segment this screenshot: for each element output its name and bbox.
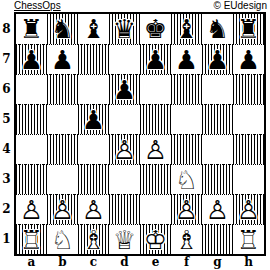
piece-backing: ♚ <box>140 14 171 44</box>
square-g4[interactable] <box>202 134 233 164</box>
square-c5[interactable]: ♟♟ <box>78 104 109 134</box>
piece-backing: ♟ <box>78 105 109 135</box>
piece-backing: ♟ <box>47 45 78 75</box>
square-d6[interactable]: ♟♟ <box>109 74 140 104</box>
piece-white-bishop: ♗ <box>78 225 109 255</box>
piece-backing: ♟ <box>109 135 140 165</box>
square-d7[interactable] <box>109 44 140 74</box>
square-e3[interactable] <box>140 164 171 194</box>
piece-black-queen: ♛ <box>109 14 140 44</box>
square-c4[interactable] <box>78 134 109 164</box>
piece-white-pawn: ♙ <box>109 135 140 165</box>
piece-black-king: ♚ <box>140 14 171 44</box>
piece-white-rook: ♖ <box>233 225 264 255</box>
square-e4[interactable]: ♟♙ <box>140 134 171 164</box>
piece-white-pawn: ♙ <box>47 195 78 225</box>
square-b1[interactable]: ♞♘ <box>47 224 78 254</box>
piece-black-pawn: ♟ <box>78 105 109 135</box>
square-f2[interactable]: ♟♙ <box>171 194 202 224</box>
square-h8[interactable]: ♜♜ <box>233 14 264 44</box>
rank-label-4: 4 <box>0 134 13 164</box>
file-label-b: b <box>47 256 78 269</box>
piece-backing: ♟ <box>202 195 233 225</box>
rank-label-6: 6 <box>0 74 13 104</box>
square-c2[interactable]: ♟♙ <box>78 194 109 224</box>
piece-backing: ♟ <box>78 195 109 225</box>
copyright-credit: © EUdesign <box>213 0 267 11</box>
square-g8[interactable]: ♞♞ <box>202 14 233 44</box>
square-a7[interactable]: ♟♟ <box>16 44 47 74</box>
app-title[interactable]: ChessOps <box>14 0 61 11</box>
square-a3[interactable] <box>16 164 47 194</box>
piece-white-pawn: ♙ <box>233 195 264 225</box>
square-h5[interactable] <box>233 104 264 134</box>
piece-black-knight: ♞ <box>47 14 78 44</box>
piece-black-pawn: ♟ <box>202 45 233 75</box>
piece-backing: ♜ <box>233 225 264 255</box>
file-label-g: g <box>202 256 233 269</box>
square-g7[interactable]: ♟♟ <box>202 44 233 74</box>
file-label-a: a <box>16 256 47 269</box>
square-c3[interactable] <box>78 164 109 194</box>
square-g6[interactable] <box>202 74 233 104</box>
piece-backing: ♟ <box>233 45 264 75</box>
square-c1[interactable]: ♝♗ <box>78 224 109 254</box>
piece-backing: ♜ <box>16 225 47 255</box>
square-f5[interactable] <box>171 104 202 134</box>
piece-black-pawn: ♟ <box>16 45 47 75</box>
piece-backing: ♟ <box>16 45 47 75</box>
board: ♜♜♞♞♝♝♛♛♚♚♝♝♞♞♜♜♟♟♟♟♟♟♟♟♟♟♟♟♟♟♟♟♟♙♟♙♞♘♟♙… <box>14 12 266 256</box>
square-d5[interactable] <box>109 104 140 134</box>
square-g3[interactable] <box>202 164 233 194</box>
square-c6[interactable] <box>78 74 109 104</box>
square-f1[interactable]: ♝♗ <box>171 224 202 254</box>
piece-white-pawn: ♙ <box>78 195 109 225</box>
file-label-h: h <box>233 256 264 269</box>
piece-white-rook: ♖ <box>16 225 47 255</box>
piece-backing: ♝ <box>78 225 109 255</box>
square-e6[interactable] <box>140 74 171 104</box>
square-d1[interactable]: ♛♕ <box>109 224 140 254</box>
piece-black-bishop: ♝ <box>78 14 109 44</box>
square-a6[interactable] <box>16 74 47 104</box>
piece-black-pawn: ♟ <box>109 75 140 105</box>
square-e5[interactable] <box>140 104 171 134</box>
piece-black-pawn: ♟ <box>47 45 78 75</box>
square-b5[interactable] <box>47 104 78 134</box>
piece-backing: ♟ <box>140 45 171 75</box>
piece-white-pawn: ♙ <box>171 195 202 225</box>
piece-black-rook: ♜ <box>16 14 47 44</box>
piece-backing: ♟ <box>47 195 78 225</box>
piece-black-pawn: ♟ <box>233 45 264 75</box>
rank-labels: 8 7 6 5 4 3 2 1 <box>0 14 13 254</box>
piece-backing: ♞ <box>47 225 78 255</box>
piece-white-queen: ♕ <box>109 225 140 255</box>
square-e7[interactable]: ♟♟ <box>140 44 171 74</box>
square-f7[interactable]: ♟♟ <box>171 44 202 74</box>
square-g1[interactable] <box>202 224 233 254</box>
piece-black-bishop: ♝ <box>171 14 202 44</box>
header-bar: ChessOps © EUdesign <box>14 0 267 11</box>
piece-white-king: ♔ <box>140 225 171 255</box>
square-e8[interactable]: ♚♚ <box>140 14 171 44</box>
square-f4[interactable] <box>171 134 202 164</box>
square-b7[interactable]: ♟♟ <box>47 44 78 74</box>
rank-label-8: 8 <box>0 14 13 44</box>
square-d3[interactable] <box>109 164 140 194</box>
square-e1[interactable]: ♚♔ <box>140 224 171 254</box>
rank-label-7: 7 <box>0 44 13 74</box>
piece-backing: ♝ <box>171 14 202 44</box>
piece-white-knight: ♘ <box>47 225 78 255</box>
piece-backing: ♜ <box>16 14 47 44</box>
square-b4[interactable] <box>47 134 78 164</box>
piece-backing: ♟ <box>140 135 171 165</box>
square-h7[interactable]: ♟♟ <box>233 44 264 74</box>
square-h1[interactable]: ♜♖ <box>233 224 264 254</box>
square-b8[interactable]: ♞♞ <box>47 14 78 44</box>
piece-white-pawn: ♙ <box>140 135 171 165</box>
piece-black-knight: ♞ <box>202 14 233 44</box>
square-h4[interactable] <box>233 134 264 164</box>
piece-backing: ♛ <box>109 14 140 44</box>
piece-backing: ♛ <box>109 225 140 255</box>
square-b6[interactable] <box>47 74 78 104</box>
square-b3[interactable] <box>47 164 78 194</box>
piece-black-pawn: ♟ <box>171 45 202 75</box>
piece-backing: ♟ <box>233 195 264 225</box>
piece-backing: ♞ <box>171 165 202 195</box>
piece-black-pawn: ♟ <box>140 45 171 75</box>
square-h3[interactable] <box>233 164 264 194</box>
square-c7[interactable] <box>78 44 109 74</box>
file-label-c: c <box>78 256 109 269</box>
square-f8[interactable]: ♝♝ <box>171 14 202 44</box>
piece-white-pawn: ♙ <box>16 195 47 225</box>
piece-white-knight: ♘ <box>171 165 202 195</box>
square-f6[interactable] <box>171 74 202 104</box>
piece-backing: ♞ <box>202 14 233 44</box>
piece-backing: ♝ <box>78 14 109 44</box>
square-a2[interactable]: ♟♙ <box>16 194 47 224</box>
piece-backing: ♚ <box>140 225 171 255</box>
piece-backing: ♝ <box>171 225 202 255</box>
square-a5[interactable] <box>16 104 47 134</box>
square-c8[interactable]: ♝♝ <box>78 14 109 44</box>
piece-backing: ♟ <box>16 195 47 225</box>
square-g5[interactable] <box>202 104 233 134</box>
piece-white-bishop: ♗ <box>171 225 202 255</box>
square-g2[interactable]: ♟♙ <box>202 194 233 224</box>
square-d4[interactable]: ♟♙ <box>109 134 140 164</box>
square-b2[interactable]: ♟♙ <box>47 194 78 224</box>
piece-backing: ♞ <box>47 14 78 44</box>
square-a1[interactable]: ♜♖ <box>16 224 47 254</box>
file-label-e: e <box>140 256 171 269</box>
piece-backing: ♟ <box>171 45 202 75</box>
square-d8[interactable]: ♛♛ <box>109 14 140 44</box>
piece-black-rook: ♜ <box>233 14 264 44</box>
square-h6[interactable] <box>233 74 264 104</box>
file-labels: a b c d e f g h <box>16 256 264 269</box>
square-a4[interactable] <box>16 134 47 164</box>
piece-white-pawn: ♙ <box>202 195 233 225</box>
square-a8[interactable]: ♜♜ <box>16 14 47 44</box>
square-f3[interactable]: ♞♘ <box>171 164 202 194</box>
rank-label-3: 3 <box>0 164 13 194</box>
square-e2[interactable] <box>140 194 171 224</box>
rank-label-5: 5 <box>0 104 13 134</box>
square-h2[interactable]: ♟♙ <box>233 194 264 224</box>
piece-backing: ♟ <box>109 75 140 105</box>
rank-label-2: 2 <box>0 194 13 224</box>
file-label-d: d <box>109 256 140 269</box>
square-d2[interactable] <box>109 194 140 224</box>
piece-backing: ♟ <box>171 195 202 225</box>
piece-backing: ♟ <box>202 45 233 75</box>
file-label-f: f <box>171 256 202 269</box>
rank-label-1: 1 <box>0 224 13 254</box>
piece-backing: ♜ <box>233 14 264 44</box>
